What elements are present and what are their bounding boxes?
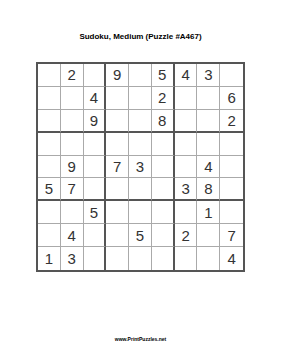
- sudoku-cell-r7c1: [38, 201, 61, 224]
- sudoku-cell-r3c4: [106, 110, 129, 133]
- sudoku-cell-r7c3: 5: [84, 201, 107, 224]
- sudoku-cell-r5c6: [152, 156, 175, 179]
- sudoku-cell-r2c9: 6: [220, 87, 243, 110]
- sudoku-cell-r2c8: [197, 87, 220, 110]
- sudoku-cell-r6c9: [220, 178, 243, 201]
- sudoku-cell-r1c3: [84, 64, 107, 87]
- sudoku-cell-r4c7: [175, 133, 198, 156]
- sudoku-cell-r4c5: [129, 133, 152, 156]
- sudoku-cell-r1c5: [129, 64, 152, 87]
- sudoku-cell-r6c3: [84, 178, 107, 201]
- sudoku-cell-r3c9: 2: [220, 110, 243, 133]
- sudoku-cell-r4c4: [106, 133, 129, 156]
- sudoku-cell-r3c2: [61, 110, 84, 133]
- sudoku-cell-r6c2: 7: [61, 178, 84, 201]
- sudoku-cell-r1c6: 5: [152, 64, 175, 87]
- sudoku-cell-r8c3: [84, 224, 107, 247]
- sudoku-cell-r9c7: [175, 247, 198, 270]
- sudoku-cell-r7c6: [152, 201, 175, 224]
- sudoku-cell-r3c3: 9: [84, 110, 107, 133]
- sudoku-cell-r2c6: 2: [152, 87, 175, 110]
- sudoku-cell-r9c6: [152, 247, 175, 270]
- sudoku-cell-r5c4: 7: [106, 156, 129, 179]
- sudoku-cell-r3c7: [175, 110, 198, 133]
- sudoku-cell-r6c6: [152, 178, 175, 201]
- sudoku-cell-r5c8: 4: [197, 156, 220, 179]
- sudoku-cell-r5c9: [220, 156, 243, 179]
- sudoku-cell-r2c4: [106, 87, 129, 110]
- puzzle-title: Sudoku, Medium (Puzzle #A467): [0, 0, 281, 41]
- sudoku-cell-r7c8: 1: [197, 201, 220, 224]
- sudoku-cell-r1c9: [220, 64, 243, 87]
- sudoku-cell-r5c2: 9: [61, 156, 84, 179]
- footer-url: www.PrintPuzzles.net: [0, 336, 281, 342]
- sudoku-cell-r1c7: 4: [175, 64, 198, 87]
- sudoku-cell-r3c6: 8: [152, 110, 175, 133]
- sudoku-cell-r8c6: [152, 224, 175, 247]
- sudoku-cell-r2c7: [175, 87, 198, 110]
- sudoku-cell-r1c1: [38, 64, 61, 87]
- sudoku-cell-r4c8: [197, 133, 220, 156]
- sudoku-cell-r2c5: [129, 87, 152, 110]
- sudoku-cell-r3c5: [129, 110, 152, 133]
- sudoku-cell-r9c3: [84, 247, 107, 270]
- sudoku-cell-r7c7: [175, 201, 198, 224]
- sudoku-cell-r1c2: 2: [61, 64, 84, 87]
- sudoku-cell-r8c7: 2: [175, 224, 198, 247]
- sudoku-cell-r5c7: [175, 156, 198, 179]
- sudoku-cell-r2c2: [61, 87, 84, 110]
- sudoku-cell-r7c2: [61, 201, 84, 224]
- sudoku-cell-r9c1: 1: [38, 247, 61, 270]
- sudoku-cell-r4c9: [220, 133, 243, 156]
- sudoku-cell-r2c3: 4: [84, 87, 107, 110]
- sudoku-cell-r9c8: [197, 247, 220, 270]
- sudoku-grid: 2954342698297345738514527134: [36, 62, 245, 272]
- sudoku-cell-r6c7: 3: [175, 178, 198, 201]
- sudoku-cell-r4c2: [61, 133, 84, 156]
- sudoku-cell-r8c4: [106, 224, 129, 247]
- sudoku-cell-r9c4: [106, 247, 129, 270]
- sudoku-cell-r6c8: 8: [197, 178, 220, 201]
- sudoku-cell-r8c9: 7: [220, 224, 243, 247]
- sudoku-cell-r1c8: 3: [197, 64, 220, 87]
- sudoku-cell-r7c5: [129, 201, 152, 224]
- sudoku-cell-r6c1: 5: [38, 178, 61, 201]
- sudoku-cell-r5c5: 3: [129, 156, 152, 179]
- sudoku-cell-r5c3: [84, 156, 107, 179]
- sudoku-cell-r6c4: [106, 178, 129, 201]
- print-page: Sudoku, Medium (Puzzle #A467) 2954342698…: [0, 0, 281, 363]
- sudoku-cell-r5c1: [38, 156, 61, 179]
- sudoku-cell-r4c1: [38, 133, 61, 156]
- sudoku-cell-r8c2: 4: [61, 224, 84, 247]
- sudoku-cell-r7c9: [220, 201, 243, 224]
- sudoku-cell-r3c1: [38, 110, 61, 133]
- sudoku-cell-r9c9: 4: [220, 247, 243, 270]
- sudoku-cell-r4c6: [152, 133, 175, 156]
- sudoku-cell-r9c5: [129, 247, 152, 270]
- sudoku-cell-r8c8: [197, 224, 220, 247]
- sudoku-cell-r4c3: [84, 133, 107, 156]
- sudoku-cell-r9c2: 3: [61, 247, 84, 270]
- sudoku-cell-r3c8: [197, 110, 220, 133]
- sudoku-cell-r8c1: [38, 224, 61, 247]
- sudoku-cell-r1c4: 9: [106, 64, 129, 87]
- sudoku-cell-r6c5: [129, 178, 152, 201]
- sudoku-cell-r7c4: [106, 201, 129, 224]
- sudoku-cell-r8c5: 5: [129, 224, 152, 247]
- sudoku-cell-r2c1: [38, 87, 61, 110]
